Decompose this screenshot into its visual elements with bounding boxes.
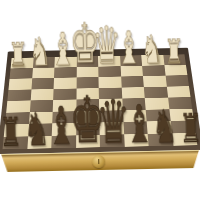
chess-set-photo: ♜♞♝♚♛♝♞♜♜♞♝♚♛♝♞♜	[0, 0, 200, 200]
white-knight-g1: ♞	[29, 32, 51, 71]
board-tilt-group: ♜♞♝♚♛♝♞♜♜♞♝♚♛♝♞♜	[0, 0, 200, 200]
brass-clasp	[92, 155, 105, 168]
white-rook-h1: ♜	[8, 37, 28, 71]
black-rook-a8: ♜	[179, 108, 200, 148]
white-knight-b1: ♞	[140, 30, 162, 69]
black-knight-g8: ♞	[23, 106, 50, 153]
white-bishop-c1: ♝	[116, 25, 142, 71]
white-rook-a1: ♜	[164, 34, 184, 68]
black-bishop-c8: ♝	[124, 98, 154, 151]
black-rook-h8: ♜	[0, 112, 22, 152]
black-knight-b8: ♞	[152, 103, 179, 150]
